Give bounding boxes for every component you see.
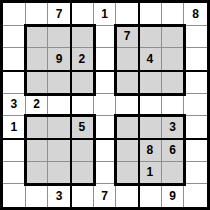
cell-r8c5[interactable] xyxy=(94,162,117,185)
cell-r9c2[interactable] xyxy=(26,184,49,207)
cell-r9c4[interactable] xyxy=(71,184,94,207)
cell-r6c5[interactable] xyxy=(94,116,117,139)
cell-r2c2[interactable] xyxy=(26,26,49,49)
cell-r9c1[interactable] xyxy=(3,184,26,207)
cell-r9c3[interactable]: 3 xyxy=(48,184,71,207)
cell-r5c1[interactable]: 3 xyxy=(3,94,26,117)
cell-r2c3[interactable] xyxy=(48,26,71,49)
cell-r4c2[interactable] xyxy=(26,71,49,94)
cell-r3c3[interactable]: 9 xyxy=(48,48,71,71)
cell-r5c6[interactable] xyxy=(116,94,139,117)
cell-r8c3[interactable] xyxy=(48,162,71,185)
cell-r7c6[interactable] xyxy=(116,139,139,162)
cell-r5c8[interactable] xyxy=(162,94,185,117)
cell-r4c1[interactable] xyxy=(3,71,26,94)
cell-r4c7[interactable] xyxy=(139,71,162,94)
cell-r1c9[interactable]: 8 xyxy=(184,3,207,26)
sudoku-board: 718792432153861379 xyxy=(0,0,210,210)
cell-r3c1[interactable] xyxy=(3,48,26,71)
cell-r7c3[interactable] xyxy=(48,139,71,162)
cell-r6c6[interactable] xyxy=(116,116,139,139)
cell-r5c2[interactable]: 2 xyxy=(26,94,49,117)
cell-r2c6[interactable]: 7 xyxy=(116,26,139,49)
cell-r1c5[interactable]: 1 xyxy=(94,3,117,26)
cell-r8c2[interactable] xyxy=(26,162,49,185)
cell-r7c8[interactable]: 6 xyxy=(162,139,185,162)
cell-r4c4[interactable] xyxy=(71,71,94,94)
cell-r2c4[interactable] xyxy=(71,26,94,49)
cell-r8c4[interactable] xyxy=(71,162,94,185)
cell-r7c7[interactable]: 8 xyxy=(139,139,162,162)
cell-r3c5[interactable] xyxy=(94,48,117,71)
cell-r8c8[interactable] xyxy=(162,162,185,185)
cell-r7c2[interactable] xyxy=(26,139,49,162)
cell-r9c9[interactable] xyxy=(184,184,207,207)
cell-r4c3[interactable] xyxy=(48,71,71,94)
cell-r3c4[interactable]: 2 xyxy=(71,48,94,71)
cell-r7c4[interactable] xyxy=(71,139,94,162)
cell-r6c7[interactable] xyxy=(139,116,162,139)
cell-r2c5[interactable] xyxy=(94,26,117,49)
cell-r9c5[interactable]: 7 xyxy=(94,184,117,207)
cell-r1c6[interactable] xyxy=(116,3,139,26)
cell-r4c9[interactable] xyxy=(184,71,207,94)
cell-r1c8[interactable] xyxy=(162,3,185,26)
cell-r7c9[interactable] xyxy=(184,139,207,162)
cell-r9c8[interactable]: 9 xyxy=(162,184,185,207)
cell-r5c3[interactable] xyxy=(48,94,71,117)
cell-r4c8[interactable] xyxy=(162,71,185,94)
cell-r5c4[interactable] xyxy=(71,94,94,117)
cell-r9c7[interactable] xyxy=(139,184,162,207)
cell-r1c3[interactable]: 7 xyxy=(48,3,71,26)
cell-r1c2[interactable] xyxy=(26,3,49,26)
cell-r3c7[interactable]: 4 xyxy=(139,48,162,71)
cell-r2c1[interactable] xyxy=(3,26,26,49)
cell-r6c1[interactable]: 1 xyxy=(3,116,26,139)
cell-r6c3[interactable] xyxy=(48,116,71,139)
cell-r6c9[interactable] xyxy=(184,116,207,139)
cell-r8c7[interactable]: 1 xyxy=(139,162,162,185)
cell-r5c5[interactable] xyxy=(94,94,117,117)
cell-r6c8[interactable]: 3 xyxy=(162,116,185,139)
cell-r3c6[interactable] xyxy=(116,48,139,71)
cell-r7c5[interactable] xyxy=(94,139,117,162)
cell-r2c9[interactable] xyxy=(184,26,207,49)
sudoku-grid: 718792432153861379 xyxy=(3,3,207,207)
cell-r1c1[interactable] xyxy=(3,3,26,26)
cell-r4c5[interactable] xyxy=(94,71,117,94)
cell-r4c6[interactable] xyxy=(116,71,139,94)
cell-r3c9[interactable] xyxy=(184,48,207,71)
cell-r6c2[interactable] xyxy=(26,116,49,139)
cell-r8c1[interactable] xyxy=(3,162,26,185)
cell-r3c2[interactable] xyxy=(26,48,49,71)
cell-r6c4[interactable]: 5 xyxy=(71,116,94,139)
cell-r2c8[interactable] xyxy=(162,26,185,49)
cell-r8c9[interactable] xyxy=(184,162,207,185)
cell-r9c6[interactable] xyxy=(116,184,139,207)
cell-r7c1[interactable] xyxy=(3,139,26,162)
cell-r5c9[interactable] xyxy=(184,94,207,117)
cell-r8c6[interactable] xyxy=(116,162,139,185)
cell-r5c7[interactable] xyxy=(139,94,162,117)
cell-r2c7[interactable] xyxy=(139,26,162,49)
cell-r1c4[interactable] xyxy=(71,3,94,26)
cell-r1c7[interactable] xyxy=(139,3,162,26)
cell-r3c8[interactable] xyxy=(162,48,185,71)
